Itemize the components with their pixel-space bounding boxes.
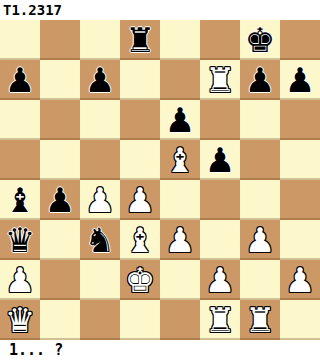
square-c5[interactable] bbox=[80, 140, 120, 180]
square-d1[interactable] bbox=[120, 300, 160, 340]
white-bishop-icon: ♝ bbox=[125, 221, 155, 259]
white-rook-icon: ♜ bbox=[205, 61, 235, 99]
square-g5[interactable] bbox=[240, 140, 280, 180]
black-pawn-icon: ♟ bbox=[5, 61, 35, 99]
square-b7[interactable] bbox=[40, 60, 80, 100]
square-d2[interactable]: ♚ bbox=[120, 260, 160, 300]
square-a4[interactable]: ♝ bbox=[0, 180, 40, 220]
black-king-icon: ♚ bbox=[245, 21, 275, 59]
white-pawn-icon: ♟ bbox=[285, 261, 315, 299]
square-f4[interactable] bbox=[200, 180, 240, 220]
square-g3[interactable]: ♟ bbox=[240, 220, 280, 260]
black-pawn-icon: ♟ bbox=[165, 101, 195, 139]
square-c3[interactable]: ♞ bbox=[80, 220, 120, 260]
square-a7[interactable]: ♟ bbox=[0, 60, 40, 100]
square-d8[interactable]: ♜ bbox=[120, 20, 160, 60]
square-h4[interactable] bbox=[280, 180, 320, 220]
square-h5[interactable] bbox=[280, 140, 320, 180]
square-f7[interactable]: ♜ bbox=[200, 60, 240, 100]
square-d6[interactable] bbox=[120, 100, 160, 140]
white-rook-icon: ♜ bbox=[205, 301, 235, 339]
square-a2[interactable]: ♟ bbox=[0, 260, 40, 300]
square-e7[interactable] bbox=[160, 60, 200, 100]
square-g2[interactable] bbox=[240, 260, 280, 300]
square-c8[interactable] bbox=[80, 20, 120, 60]
square-b4[interactable]: ♟ bbox=[40, 180, 80, 220]
square-c7[interactable]: ♟ bbox=[80, 60, 120, 100]
square-b5[interactable] bbox=[40, 140, 80, 180]
square-a3[interactable]: ♛ bbox=[0, 220, 40, 260]
white-rook-icon: ♜ bbox=[245, 301, 275, 339]
square-g7[interactable]: ♟ bbox=[240, 60, 280, 100]
square-e3[interactable]: ♟ bbox=[160, 220, 200, 260]
square-g4[interactable] bbox=[240, 180, 280, 220]
square-b1[interactable] bbox=[40, 300, 80, 340]
square-f5[interactable]: ♟ bbox=[200, 140, 240, 180]
square-f6[interactable] bbox=[200, 100, 240, 140]
white-pawn-icon: ♟ bbox=[125, 181, 155, 219]
square-h6[interactable] bbox=[280, 100, 320, 140]
white-pawn-icon: ♟ bbox=[205, 261, 235, 299]
white-bishop-icon: ♝ bbox=[165, 141, 195, 179]
square-g1[interactable]: ♜ bbox=[240, 300, 280, 340]
black-queen-icon: ♛ bbox=[5, 221, 35, 259]
square-c6[interactable] bbox=[80, 100, 120, 140]
square-b2[interactable] bbox=[40, 260, 80, 300]
white-queen-icon: ♛ bbox=[5, 301, 35, 339]
white-pawn-icon: ♟ bbox=[85, 181, 115, 219]
square-h1[interactable] bbox=[280, 300, 320, 340]
black-pawn-icon: ♟ bbox=[45, 181, 75, 219]
square-d4[interactable]: ♟ bbox=[120, 180, 160, 220]
square-g8[interactable]: ♚ bbox=[240, 20, 280, 60]
puzzle-window: T1.2317 ♜♚♟♟♜♟♟♟♝♟♝♟♟♟♛♞♝♟♟♟♚♟♟♛♜♜ 1... … bbox=[0, 0, 320, 360]
square-a1[interactable]: ♛ bbox=[0, 300, 40, 340]
square-b3[interactable] bbox=[40, 220, 80, 260]
square-g6[interactable] bbox=[240, 100, 280, 140]
square-a6[interactable] bbox=[0, 100, 40, 140]
square-h3[interactable] bbox=[280, 220, 320, 260]
black-pawn-icon: ♟ bbox=[245, 61, 275, 99]
square-d5[interactable] bbox=[120, 140, 160, 180]
square-c2[interactable] bbox=[80, 260, 120, 300]
black-bishop-icon: ♝ bbox=[5, 181, 35, 219]
square-h7[interactable]: ♟ bbox=[280, 60, 320, 100]
square-c1[interactable] bbox=[80, 300, 120, 340]
white-king-icon: ♚ bbox=[125, 261, 155, 299]
black-pawn-icon: ♟ bbox=[285, 61, 315, 99]
white-pawn-icon: ♟ bbox=[165, 221, 195, 259]
square-e5[interactable]: ♝ bbox=[160, 140, 200, 180]
white-pawn-icon: ♟ bbox=[5, 261, 35, 299]
square-b8[interactable] bbox=[40, 20, 80, 60]
black-pawn-icon: ♟ bbox=[205, 141, 235, 179]
square-a5[interactable] bbox=[0, 140, 40, 180]
square-e6[interactable]: ♟ bbox=[160, 100, 200, 140]
square-h8[interactable] bbox=[280, 20, 320, 60]
square-f1[interactable]: ♜ bbox=[200, 300, 240, 340]
square-c4[interactable]: ♟ bbox=[80, 180, 120, 220]
square-e2[interactable] bbox=[160, 260, 200, 300]
square-e8[interactable] bbox=[160, 20, 200, 60]
move-prompt: 1... ? bbox=[0, 340, 320, 360]
square-b6[interactable] bbox=[40, 100, 80, 140]
square-f3[interactable] bbox=[200, 220, 240, 260]
square-d7[interactable] bbox=[120, 60, 160, 100]
chess-board: ♜♚♟♟♜♟♟♟♝♟♝♟♟♟♛♞♝♟♟♟♚♟♟♛♜♜ bbox=[0, 20, 320, 340]
black-pawn-icon: ♟ bbox=[85, 61, 115, 99]
white-pawn-icon: ♟ bbox=[245, 221, 275, 259]
square-a8[interactable] bbox=[0, 20, 40, 60]
square-f8[interactable] bbox=[200, 20, 240, 60]
square-h2[interactable]: ♟ bbox=[280, 260, 320, 300]
puzzle-id: T1.2317 bbox=[0, 0, 320, 20]
square-e4[interactable] bbox=[160, 180, 200, 220]
square-f2[interactable]: ♟ bbox=[200, 260, 240, 300]
black-knight-icon: ♞ bbox=[85, 221, 115, 259]
black-rook-icon: ♜ bbox=[125, 21, 155, 59]
square-d3[interactable]: ♝ bbox=[120, 220, 160, 260]
square-e1[interactable] bbox=[160, 300, 200, 340]
